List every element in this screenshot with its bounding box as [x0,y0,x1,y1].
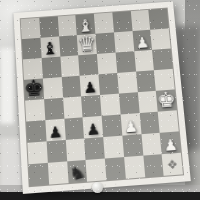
square-c6 [60,55,80,77]
white-piece-d7: ♛ [77,34,97,56]
chess-board-with-border: ♝♝♛♟♚♟♚♟♟♟♟♞❖ ······ · · · · · · · · [14,1,191,193]
square-h3 [158,110,179,133]
square-e1 [105,157,126,180]
square-e7 [95,32,115,54]
square-d5: ♟ [80,74,100,96]
square-g1 [143,154,164,177]
square-g6 [134,50,154,72]
black-piece-b3: ♟ [48,125,63,141]
square-b1 [48,161,68,184]
square-f5 [117,72,137,94]
square-b3: ♟ [45,119,65,142]
square-c1: ♞ [67,160,88,183]
background-highlight-left [0,48,14,124]
square-h4: ♚ [156,89,177,111]
square-e4 [100,94,120,116]
square-c7 [59,35,79,57]
square-f8 [112,11,132,32]
black-piece-d3: ♟ [86,122,101,138]
square-d6 [78,54,98,76]
square-g4 [137,91,158,113]
square-h2: ♟ [160,131,181,154]
square-a2 [27,141,47,164]
square-c4 [63,96,83,118]
square-a5: ♚ [24,78,44,100]
square-c5 [61,76,81,98]
square-a8 [21,18,40,39]
square-d4 [81,95,101,117]
square-b4 [44,98,64,120]
board-maker-logo: ❖ [166,158,178,171]
off-board-piece [92,182,103,193]
square-h8 [149,9,169,30]
square-c8 [57,15,77,36]
white-piece-h2: ♟ [163,138,178,154]
square-f4 [119,92,139,114]
board-brand-text: ······ [174,64,180,78]
square-g2 [141,133,162,156]
square-a4 [25,99,45,121]
black-piece-d5: ♟ [83,80,97,96]
square-b5 [43,77,63,99]
square-c3 [64,117,84,140]
square-g5 [136,70,156,92]
black-piece-b7: ♝ [42,39,59,58]
square-e6 [97,53,117,75]
white-piece-h4: ♚ [156,89,177,111]
square-d3: ♟ [83,116,103,139]
square-f2 [122,134,143,157]
square-f7 [114,31,134,52]
square-d1 [86,159,107,182]
square-e2 [103,136,124,159]
white-piece-f3: ♟ [124,119,139,135]
square-e8 [94,13,114,34]
square-g3 [139,112,160,135]
square-a1 [29,163,49,186]
square-e5 [98,73,118,95]
square-h6 [152,48,172,70]
square-f1 [124,156,145,179]
square-h1: ❖ [162,153,183,176]
square-f3: ♟ [120,113,141,136]
square-g8 [130,10,150,31]
square-e3 [102,114,123,137]
black-piece-a5: ♚ [23,77,44,100]
square-b6 [41,57,61,79]
square-h7 [150,28,170,49]
chess-board: ♝♝♛♟♚♟♚♟♟♟♟♞❖ [21,9,183,187]
square-b7: ♝ [40,36,60,58]
square-d2 [84,137,105,160]
square-a3 [26,120,46,143]
black-piece-c1: ♞ [67,163,87,185]
square-f6 [115,51,135,73]
square-c2 [65,139,85,162]
square-d7: ♛ [77,34,97,56]
square-a7 [22,38,42,60]
square-g7: ♟ [132,30,152,51]
white-piece-g7: ♟ [135,36,149,51]
square-b2 [46,140,66,163]
square-b8 [39,16,59,37]
photo-background: ♝♝♛♟♚♟♚♟♟♟♟♞❖ ······ · · · · · · · · [0,0,200,200]
